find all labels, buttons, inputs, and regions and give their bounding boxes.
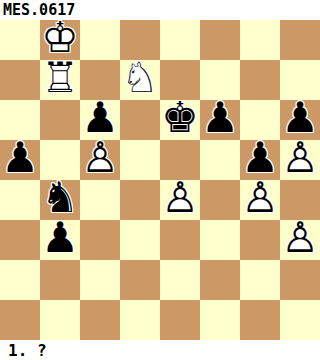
square-g7[interactable] [240, 60, 280, 100]
white-pawn[interactable]: ♟♙ [160, 180, 200, 220]
white-pawn-glyph: ♙ [280, 138, 320, 178]
white-pawn-glyph: ♙ [280, 218, 320, 258]
square-b7[interactable]: ♜♖ [40, 60, 80, 100]
square-h2[interactable] [280, 260, 320, 300]
square-a3[interactable] [0, 220, 40, 260]
square-c5[interactable]: ♟♙ [80, 140, 120, 180]
square-d5[interactable] [120, 140, 160, 180]
black-pawn[interactable]: ♟♟ [200, 100, 240, 140]
square-b1[interactable] [40, 300, 80, 340]
white-pawn[interactable]: ♟♙ [280, 140, 320, 180]
black-pawn[interactable]: ♟♟ [40, 220, 80, 260]
white-king-glyph: ♔ [40, 18, 80, 58]
white-pawn[interactable]: ♟♙ [280, 220, 320, 260]
white-pawn-glyph: ♙ [240, 178, 280, 218]
square-e8[interactable] [160, 20, 200, 60]
square-e2[interactable] [160, 260, 200, 300]
white-rook-glyph: ♖ [40, 58, 80, 98]
square-h3[interactable]: ♟♙ [280, 220, 320, 260]
square-d7[interactable]: ♞♘ [120, 60, 160, 100]
square-f3[interactable] [200, 220, 240, 260]
square-g3[interactable] [240, 220, 280, 260]
black-pawn-glyph: ♟ [0, 138, 40, 178]
square-d6[interactable] [120, 100, 160, 140]
square-c3[interactable] [80, 220, 120, 260]
square-a4[interactable] [0, 180, 40, 220]
black-king[interactable]: ♚♚ [160, 100, 200, 140]
chess-board: ♚♔♜♖♞♘♟♟♚♚♟♟♟♟♟♟♟♙♟♟♟♙♞♞♟♙♟♙♟♟♟♙ [0, 20, 320, 340]
white-knight-glyph: ♘ [120, 58, 160, 98]
white-pawn-glyph: ♙ [80, 138, 120, 178]
square-f5[interactable] [200, 140, 240, 180]
square-f6[interactable]: ♟♟ [200, 100, 240, 140]
white-pawn-glyph: ♙ [160, 178, 200, 218]
square-c1[interactable] [80, 300, 120, 340]
square-g8[interactable] [240, 20, 280, 60]
square-e4[interactable]: ♟♙ [160, 180, 200, 220]
square-g1[interactable] [240, 300, 280, 340]
square-e3[interactable] [160, 220, 200, 260]
square-b3[interactable]: ♟♟ [40, 220, 80, 260]
square-f8[interactable] [200, 20, 240, 60]
move-prompt-bar: 1. ? [0, 340, 320, 360]
square-a5[interactable]: ♟♟ [0, 140, 40, 180]
square-d1[interactable] [120, 300, 160, 340]
square-h1[interactable] [280, 300, 320, 340]
white-knight[interactable]: ♞♘ [120, 60, 160, 100]
white-pawn[interactable]: ♟♙ [240, 180, 280, 220]
square-c2[interactable] [80, 260, 120, 300]
black-pawn-glyph: ♟ [240, 138, 280, 178]
square-h5[interactable]: ♟♙ [280, 140, 320, 180]
square-f1[interactable] [200, 300, 240, 340]
square-d2[interactable] [120, 260, 160, 300]
white-rook[interactable]: ♜♖ [40, 60, 80, 100]
black-pawn-glyph: ♟ [40, 218, 80, 258]
black-pawn-glyph: ♟ [280, 98, 320, 138]
square-a1[interactable] [0, 300, 40, 340]
square-c4[interactable] [80, 180, 120, 220]
square-b6[interactable] [40, 100, 80, 140]
square-a2[interactable] [0, 260, 40, 300]
square-e1[interactable] [160, 300, 200, 340]
square-c8[interactable] [80, 20, 120, 60]
square-e6[interactable]: ♚♚ [160, 100, 200, 140]
square-g4[interactable]: ♟♙ [240, 180, 280, 220]
square-a7[interactable] [0, 60, 40, 100]
black-pawn[interactable]: ♟♟ [0, 140, 40, 180]
square-d3[interactable] [120, 220, 160, 260]
black-pawn-glyph: ♟ [80, 98, 120, 138]
square-g2[interactable] [240, 260, 280, 300]
square-a8[interactable] [0, 20, 40, 60]
square-h8[interactable] [280, 20, 320, 60]
square-b2[interactable] [40, 260, 80, 300]
move-prompt: 1. ? [8, 341, 47, 360]
black-pawn-glyph: ♟ [200, 98, 240, 138]
black-knight-glyph: ♞ [40, 178, 80, 218]
black-king-glyph: ♚ [160, 98, 200, 138]
square-f4[interactable] [200, 180, 240, 220]
square-f2[interactable] [200, 260, 240, 300]
square-d4[interactable] [120, 180, 160, 220]
white-pawn[interactable]: ♟♙ [80, 140, 120, 180]
